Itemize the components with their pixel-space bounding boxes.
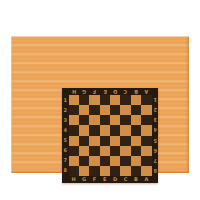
file-label-d: D <box>110 176 120 183</box>
square-g2[interactable] <box>79 105 89 115</box>
square-h3[interactable] <box>69 115 79 125</box>
square-a2[interactable] <box>141 105 151 115</box>
square-g3[interactable] <box>79 115 89 125</box>
rank-label-8: 8 <box>152 166 159 176</box>
file-label-f: F <box>89 176 99 183</box>
square-h5[interactable] <box>69 136 79 146</box>
square-e6[interactable] <box>100 146 110 156</box>
square-a5[interactable] <box>141 136 151 146</box>
square-a6[interactable] <box>141 146 151 156</box>
file-label-a: A <box>141 88 151 95</box>
square-c2[interactable] <box>120 105 130 115</box>
square-e8[interactable] <box>100 166 110 176</box>
square-f3[interactable] <box>89 115 99 125</box>
square-c8[interactable] <box>120 166 130 176</box>
file-labels-bottom: HGFEDCBA <box>69 176 152 183</box>
square-f4[interactable] <box>89 125 99 135</box>
square-h8[interactable] <box>69 166 79 176</box>
square-b6[interactable] <box>131 146 141 156</box>
square-a1[interactable] <box>141 95 151 105</box>
file-label-g: G <box>79 88 89 95</box>
file-label-h: H <box>69 88 79 95</box>
rank-labels-right: 12345678 <box>152 95 159 176</box>
square-h7[interactable] <box>69 156 79 166</box>
square-h4[interactable] <box>69 125 79 135</box>
square-c1[interactable] <box>120 95 130 105</box>
square-c7[interactable] <box>120 156 130 166</box>
square-h1[interactable] <box>69 95 79 105</box>
square-g8[interactable] <box>79 166 89 176</box>
square-d2[interactable] <box>110 105 120 115</box>
square-c4[interactable] <box>120 125 130 135</box>
square-g6[interactable] <box>79 146 89 156</box>
square-g1[interactable] <box>79 95 89 105</box>
square-e3[interactable] <box>100 115 110 125</box>
square-e2[interactable] <box>100 105 110 115</box>
square-f2[interactable] <box>89 105 99 115</box>
table-surface: HGFEDCBA 12345678 12345678 HGFEDCBA <box>11 36 189 173</box>
square-c3[interactable] <box>120 115 130 125</box>
square-f5[interactable] <box>89 136 99 146</box>
rank-label-5: 5 <box>152 136 159 146</box>
square-e4[interactable] <box>100 125 110 135</box>
file-labels-top: HGFEDCBA <box>69 88 152 95</box>
square-h2[interactable] <box>69 105 79 115</box>
square-e7[interactable] <box>100 156 110 166</box>
file-label-a: A <box>141 176 151 183</box>
file-label-e: E <box>100 88 110 95</box>
file-label-h: H <box>69 176 79 183</box>
square-b5[interactable] <box>131 136 141 146</box>
rank-label-7: 7 <box>152 156 159 166</box>
square-d1[interactable] <box>110 95 120 105</box>
file-label-b: B <box>131 88 141 95</box>
chess-board: HGFEDCBA 12345678 12345678 HGFEDCBA <box>62 88 158 183</box>
square-b8[interactable] <box>131 166 141 176</box>
square-b2[interactable] <box>131 105 141 115</box>
square-b4[interactable] <box>131 125 141 135</box>
board-grid <box>69 95 152 176</box>
file-label-c: C <box>120 176 130 183</box>
file-label-f: F <box>89 88 99 95</box>
square-a7[interactable] <box>141 156 151 166</box>
square-f7[interactable] <box>89 156 99 166</box>
rank-label-4: 4 <box>152 125 159 135</box>
square-d6[interactable] <box>110 146 120 156</box>
file-label-b: B <box>131 176 141 183</box>
file-label-c: C <box>120 88 130 95</box>
square-c5[interactable] <box>120 136 130 146</box>
rank-label-6: 6 <box>152 146 159 156</box>
rank-label-2: 2 <box>152 105 159 115</box>
square-d5[interactable] <box>110 136 120 146</box>
square-d7[interactable] <box>110 156 120 166</box>
square-e1[interactable] <box>100 95 110 105</box>
square-a8[interactable] <box>141 166 151 176</box>
square-f8[interactable] <box>89 166 99 176</box>
square-b1[interactable] <box>131 95 141 105</box>
screenshot-scene: HGFEDCBA 12345678 12345678 HGFEDCBA <box>0 0 200 200</box>
rank-label-3: 3 <box>152 115 159 125</box>
square-b3[interactable] <box>131 115 141 125</box>
square-d8[interactable] <box>110 166 120 176</box>
file-label-g: G <box>79 176 89 183</box>
square-g7[interactable] <box>79 156 89 166</box>
square-f1[interactable] <box>89 95 99 105</box>
square-b7[interactable] <box>131 156 141 166</box>
square-g4[interactable] <box>79 125 89 135</box>
square-g5[interactable] <box>79 136 89 146</box>
file-label-d: D <box>110 88 120 95</box>
rank-label-1: 1 <box>152 95 159 105</box>
square-d4[interactable] <box>110 125 120 135</box>
square-f6[interactable] <box>89 146 99 156</box>
square-d3[interactable] <box>110 115 120 125</box>
square-c6[interactable] <box>120 146 130 156</box>
square-a4[interactable] <box>141 125 151 135</box>
square-a3[interactable] <box>141 115 151 125</box>
file-label-e: E <box>100 176 110 183</box>
square-h6[interactable] <box>69 146 79 156</box>
square-e5[interactable] <box>100 136 110 146</box>
